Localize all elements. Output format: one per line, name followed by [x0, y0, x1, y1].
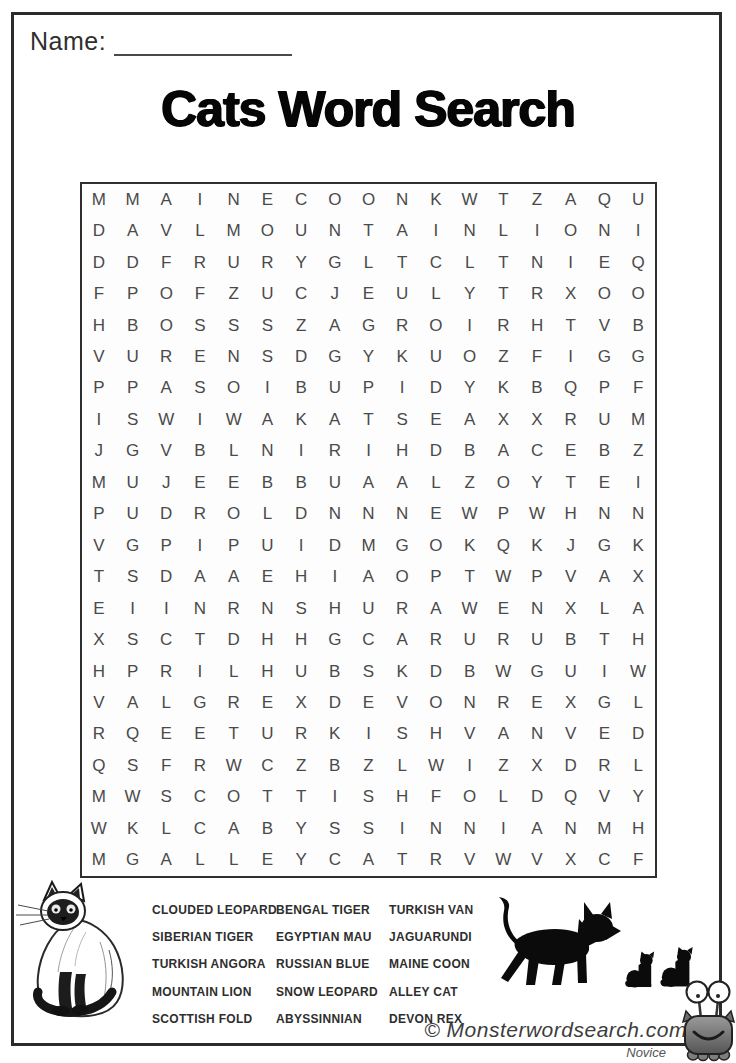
- grid-cell[interactable]: B: [453, 436, 487, 467]
- grid-cell[interactable]: I: [183, 404, 217, 435]
- grid-cell[interactable]: Y: [284, 247, 318, 278]
- grid-cell[interactable]: A: [352, 561, 386, 592]
- grid-cell[interactable]: W: [486, 656, 520, 687]
- grid-cell[interactable]: R: [486, 310, 520, 341]
- grid-cell[interactable]: V: [588, 310, 622, 341]
- grid-cell[interactable]: L: [588, 593, 622, 624]
- grid-cell[interactable]: F: [520, 341, 554, 372]
- grid-cell[interactable]: U: [116, 467, 150, 498]
- grid-cell[interactable]: S: [251, 310, 285, 341]
- grid-cell[interactable]: E: [82, 593, 116, 624]
- grid-cell[interactable]: L: [486, 782, 520, 813]
- grid-cell[interactable]: B: [554, 624, 588, 655]
- grid-cell[interactable]: V: [554, 719, 588, 750]
- grid-cell[interactable]: H: [82, 310, 116, 341]
- grid-cell[interactable]: T: [251, 782, 285, 813]
- grid-cell[interactable]: E: [251, 561, 285, 592]
- grid-cell[interactable]: I: [251, 373, 285, 404]
- grid-cell[interactable]: I: [284, 436, 318, 467]
- grid-cell[interactable]: H: [520, 310, 554, 341]
- grid-cell[interactable]: B: [284, 467, 318, 498]
- grid-cell[interactable]: P: [217, 530, 251, 561]
- grid-cell[interactable]: K: [419, 184, 453, 215]
- grid-cell[interactable]: D: [149, 499, 183, 530]
- grid-cell[interactable]: D: [284, 499, 318, 530]
- grid-cell[interactable]: B: [284, 373, 318, 404]
- grid-cell[interactable]: W: [82, 813, 116, 844]
- grid-cell[interactable]: M: [82, 845, 116, 876]
- grid-cell[interactable]: H: [419, 719, 453, 750]
- grid-cell[interactable]: I: [284, 530, 318, 561]
- grid-cell[interactable]: N: [588, 215, 622, 246]
- grid-cell[interactable]: K: [385, 341, 419, 372]
- grid-cell[interactable]: N: [217, 341, 251, 372]
- grid-cell[interactable]: P: [116, 278, 150, 309]
- grid-cell[interactable]: I: [419, 215, 453, 246]
- grid-cell[interactable]: W: [453, 499, 487, 530]
- grid-cell[interactable]: A: [149, 373, 183, 404]
- grid-cell[interactable]: R: [554, 404, 588, 435]
- grid-cell[interactable]: U: [352, 593, 386, 624]
- grid-cell[interactable]: Y: [520, 467, 554, 498]
- grid-cell[interactable]: F: [621, 845, 655, 876]
- grid-cell[interactable]: X: [554, 845, 588, 876]
- grid-cell[interactable]: A: [554, 184, 588, 215]
- grid-cell[interactable]: F: [621, 373, 655, 404]
- grid-cell[interactable]: C: [149, 624, 183, 655]
- grid-cell[interactable]: I: [352, 719, 386, 750]
- grid-cell[interactable]: T: [554, 467, 588, 498]
- grid-cell[interactable]: E: [588, 719, 622, 750]
- grid-cell[interactable]: D: [284, 341, 318, 372]
- grid-cell[interactable]: O: [419, 687, 453, 718]
- grid-cell[interactable]: K: [621, 530, 655, 561]
- grid-cell[interactable]: L: [621, 687, 655, 718]
- grid-cell[interactable]: N: [520, 719, 554, 750]
- grid-cell[interactable]: S: [183, 373, 217, 404]
- grid-cell[interactable]: W: [217, 750, 251, 781]
- grid-cell[interactable]: G: [621, 341, 655, 372]
- grid-cell[interactable]: Z: [486, 750, 520, 781]
- grid-cell[interactable]: T: [486, 184, 520, 215]
- grid-cell[interactable]: C: [588, 845, 622, 876]
- grid-cell[interactable]: Z: [284, 750, 318, 781]
- grid-cell[interactable]: I: [520, 215, 554, 246]
- grid-cell[interactable]: N: [318, 215, 352, 246]
- grid-cell[interactable]: R: [217, 687, 251, 718]
- grid-cell[interactable]: O: [554, 215, 588, 246]
- grid-cell[interactable]: L: [385, 750, 419, 781]
- grid-cell[interactable]: X: [82, 624, 116, 655]
- grid-cell[interactable]: G: [318, 247, 352, 278]
- grid-cell[interactable]: X: [520, 404, 554, 435]
- grid-cell[interactable]: T: [588, 624, 622, 655]
- grid-cell[interactable]: U: [116, 341, 150, 372]
- grid-cell[interactable]: A: [318, 310, 352, 341]
- grid-cell[interactable]: P: [352, 373, 386, 404]
- grid-cell[interactable]: O: [251, 215, 285, 246]
- grid-cell[interactable]: L: [453, 247, 487, 278]
- grid-cell[interactable]: O: [453, 341, 487, 372]
- grid-cell[interactable]: G: [183, 687, 217, 718]
- grid-cell[interactable]: O: [419, 310, 453, 341]
- grid-cell[interactable]: U: [554, 656, 588, 687]
- grid-cell[interactable]: S: [352, 782, 386, 813]
- grid-cell[interactable]: M: [116, 184, 150, 215]
- grid-cell[interactable]: D: [82, 247, 116, 278]
- grid-cell[interactable]: I: [82, 404, 116, 435]
- grid-cell[interactable]: U: [251, 278, 285, 309]
- grid-cell[interactable]: R: [588, 750, 622, 781]
- grid-cell[interactable]: I: [621, 215, 655, 246]
- grid-cell[interactable]: J: [318, 278, 352, 309]
- grid-cell[interactable]: A: [251, 404, 285, 435]
- grid-cell[interactable]: C: [352, 624, 386, 655]
- grid-cell[interactable]: A: [149, 845, 183, 876]
- grid-cell[interactable]: M: [621, 404, 655, 435]
- grid-cell[interactable]: M: [588, 813, 622, 844]
- grid-cell[interactable]: C: [183, 813, 217, 844]
- grid-cell[interactable]: E: [251, 687, 285, 718]
- grid-cell[interactable]: T: [183, 624, 217, 655]
- grid-cell[interactable]: K: [385, 656, 419, 687]
- grid-cell[interactable]: G: [520, 656, 554, 687]
- grid-cell[interactable]: P: [116, 373, 150, 404]
- grid-cell[interactable]: L: [149, 813, 183, 844]
- grid-cell[interactable]: U: [284, 656, 318, 687]
- grid-cell[interactable]: E: [251, 845, 285, 876]
- grid-cell[interactable]: H: [284, 624, 318, 655]
- grid-cell[interactable]: K: [520, 530, 554, 561]
- grid-cell[interactable]: C: [520, 436, 554, 467]
- grid-cell[interactable]: M: [82, 467, 116, 498]
- grid-cell[interactable]: C: [284, 184, 318, 215]
- grid-cell[interactable]: X: [486, 404, 520, 435]
- grid-cell[interactable]: I: [385, 373, 419, 404]
- grid-cell[interactable]: R: [520, 278, 554, 309]
- grid-cell[interactable]: F: [149, 247, 183, 278]
- grid-cell[interactable]: B: [116, 310, 150, 341]
- grid-cell[interactable]: S: [116, 561, 150, 592]
- grid-cell[interactable]: E: [183, 341, 217, 372]
- grid-cell[interactable]: C: [251, 750, 285, 781]
- grid-cell[interactable]: N: [318, 499, 352, 530]
- grid-cell[interactable]: S: [318, 813, 352, 844]
- grid-cell[interactable]: S: [116, 624, 150, 655]
- grid-cell[interactable]: N: [453, 687, 487, 718]
- grid-cell[interactable]: M: [352, 530, 386, 561]
- grid-cell[interactable]: R: [82, 719, 116, 750]
- grid-cell[interactable]: E: [251, 184, 285, 215]
- grid-cell[interactable]: W: [149, 404, 183, 435]
- grid-cell[interactable]: L: [419, 278, 453, 309]
- grid-cell[interactable]: T: [486, 278, 520, 309]
- grid-cell[interactable]: S: [385, 404, 419, 435]
- grid-cell[interactable]: V: [554, 561, 588, 592]
- grid-cell[interactable]: L: [419, 467, 453, 498]
- grid-cell[interactable]: V: [520, 845, 554, 876]
- grid-cell[interactable]: A: [385, 624, 419, 655]
- grid-cell[interactable]: W: [217, 404, 251, 435]
- grid-cell[interactable]: T: [284, 782, 318, 813]
- grid-cell[interactable]: S: [116, 750, 150, 781]
- grid-cell[interactable]: E: [149, 719, 183, 750]
- grid-cell[interactable]: S: [385, 719, 419, 750]
- grid-cell[interactable]: B: [318, 656, 352, 687]
- grid-cell[interactable]: Q: [554, 373, 588, 404]
- grid-cell[interactable]: I: [318, 561, 352, 592]
- grid-cell[interactable]: A: [183, 561, 217, 592]
- grid-cell[interactable]: A: [149, 184, 183, 215]
- grid-cell[interactable]: N: [385, 184, 419, 215]
- grid-cell[interactable]: B: [621, 310, 655, 341]
- grid-cell[interactable]: S: [116, 404, 150, 435]
- grid-cell[interactable]: W: [621, 656, 655, 687]
- grid-cell[interactable]: U: [588, 404, 622, 435]
- grid-cell[interactable]: R: [419, 624, 453, 655]
- grid-cell[interactable]: G: [116, 845, 150, 876]
- grid-cell[interactable]: X: [284, 687, 318, 718]
- grid-cell[interactable]: R: [149, 341, 183, 372]
- grid-cell[interactable]: N: [520, 593, 554, 624]
- grid-cell[interactable]: Y: [621, 782, 655, 813]
- grid-cell[interactable]: O: [419, 530, 453, 561]
- grid-cell[interactable]: E: [520, 687, 554, 718]
- grid-cell[interactable]: O: [486, 467, 520, 498]
- grid-cell[interactable]: O: [217, 499, 251, 530]
- grid-cell[interactable]: W: [116, 782, 150, 813]
- grid-cell[interactable]: F: [149, 750, 183, 781]
- grid-cell[interactable]: F: [419, 782, 453, 813]
- grid-cell[interactable]: Y: [284, 845, 318, 876]
- grid-cell[interactable]: R: [318, 436, 352, 467]
- grid-cell[interactable]: V: [82, 687, 116, 718]
- grid-cell[interactable]: P: [520, 561, 554, 592]
- grid-cell[interactable]: D: [520, 782, 554, 813]
- grid-cell[interactable]: C: [284, 278, 318, 309]
- grid-cell[interactable]: U: [251, 719, 285, 750]
- grid-cell[interactable]: G: [318, 341, 352, 372]
- grid-cell[interactable]: I: [554, 341, 588, 372]
- grid-cell[interactable]: V: [385, 687, 419, 718]
- grid-cell[interactable]: L: [183, 845, 217, 876]
- grid-cell[interactable]: L: [251, 499, 285, 530]
- grid-cell[interactable]: E: [183, 467, 217, 498]
- grid-cell[interactable]: E: [183, 719, 217, 750]
- grid-cell[interactable]: Y: [453, 373, 487, 404]
- grid-cell[interactable]: M: [82, 184, 116, 215]
- grid-cell[interactable]: A: [217, 813, 251, 844]
- grid-cell[interactable]: A: [352, 467, 386, 498]
- grid-cell[interactable]: I: [385, 813, 419, 844]
- grid-cell[interactable]: W: [486, 845, 520, 876]
- grid-cell[interactable]: O: [149, 278, 183, 309]
- grid-cell[interactable]: F: [82, 278, 116, 309]
- grid-cell[interactable]: H: [251, 656, 285, 687]
- grid-cell[interactable]: X: [621, 561, 655, 592]
- grid-cell[interactable]: A: [116, 687, 150, 718]
- grid-cell[interactable]: D: [318, 530, 352, 561]
- grid-cell[interactable]: S: [149, 782, 183, 813]
- grid-cell[interactable]: N: [453, 813, 487, 844]
- grid-cell[interactable]: I: [352, 436, 386, 467]
- grid-cell[interactable]: R: [385, 310, 419, 341]
- grid-cell[interactable]: D: [116, 247, 150, 278]
- grid-cell[interactable]: W: [453, 593, 487, 624]
- grid-cell[interactable]: E: [554, 436, 588, 467]
- grid-cell[interactable]: N: [251, 436, 285, 467]
- grid-cell[interactable]: D: [621, 719, 655, 750]
- grid-cell[interactable]: A: [352, 845, 386, 876]
- grid-cell[interactable]: B: [251, 467, 285, 498]
- grid-cell[interactable]: W: [486, 561, 520, 592]
- grid-cell[interactable]: Q: [116, 719, 150, 750]
- grid-cell[interactable]: N: [217, 184, 251, 215]
- grid-cell[interactable]: Z: [621, 436, 655, 467]
- grid-cell[interactable]: O: [588, 278, 622, 309]
- grid-cell[interactable]: N: [554, 813, 588, 844]
- grid-cell[interactable]: O: [217, 782, 251, 813]
- grid-cell[interactable]: M: [82, 782, 116, 813]
- grid-cell[interactable]: J: [82, 436, 116, 467]
- grid-cell[interactable]: A: [486, 719, 520, 750]
- grid-cell[interactable]: K: [116, 813, 150, 844]
- grid-cell[interactable]: E: [588, 467, 622, 498]
- grid-cell[interactable]: G: [116, 436, 150, 467]
- grid-cell[interactable]: T: [352, 215, 386, 246]
- grid-cell[interactable]: I: [453, 750, 487, 781]
- grid-cell[interactable]: L: [217, 436, 251, 467]
- grid-cell[interactable]: T: [217, 719, 251, 750]
- grid-cell[interactable]: T: [554, 310, 588, 341]
- grid-cell[interactable]: F: [183, 278, 217, 309]
- grid-cell[interactable]: I: [183, 530, 217, 561]
- grid-cell[interactable]: J: [554, 530, 588, 561]
- grid-cell[interactable]: X: [554, 278, 588, 309]
- grid-cell[interactable]: U: [217, 247, 251, 278]
- grid-cell[interactable]: S: [251, 341, 285, 372]
- grid-cell[interactable]: B: [251, 813, 285, 844]
- grid-cell[interactable]: M: [217, 215, 251, 246]
- grid-cell[interactable]: E: [352, 278, 386, 309]
- grid-cell[interactable]: L: [217, 845, 251, 876]
- grid-cell[interactable]: D: [419, 436, 453, 467]
- grid-cell[interactable]: C: [419, 247, 453, 278]
- grid-cell[interactable]: U: [251, 530, 285, 561]
- grid-cell[interactable]: T: [486, 247, 520, 278]
- grid-cell[interactable]: D: [217, 624, 251, 655]
- grid-cell[interactable]: G: [318, 624, 352, 655]
- grid-cell[interactable]: E: [486, 593, 520, 624]
- grid-cell[interactable]: G: [352, 310, 386, 341]
- grid-cell[interactable]: V: [82, 530, 116, 561]
- grid-cell[interactable]: E: [352, 687, 386, 718]
- grid-cell[interactable]: B: [183, 436, 217, 467]
- grid-cell[interactable]: S: [183, 310, 217, 341]
- grid-cell[interactable]: L: [486, 215, 520, 246]
- grid-cell[interactable]: Q: [82, 750, 116, 781]
- grid-cell[interactable]: N: [251, 593, 285, 624]
- grid-cell[interactable]: V: [82, 341, 116, 372]
- grid-cell[interactable]: X: [554, 593, 588, 624]
- grid-cell[interactable]: P: [149, 530, 183, 561]
- grid-cell[interactable]: A: [419, 593, 453, 624]
- grid-cell[interactable]: C: [183, 782, 217, 813]
- grid-cell[interactable]: Z: [217, 278, 251, 309]
- grid-cell[interactable]: I: [183, 184, 217, 215]
- grid-cell[interactable]: R: [419, 845, 453, 876]
- grid-cell[interactable]: N: [352, 499, 386, 530]
- grid-cell[interactable]: K: [318, 719, 352, 750]
- grid-cell[interactable]: R: [217, 593, 251, 624]
- grid-cell[interactable]: S: [352, 813, 386, 844]
- grid-cell[interactable]: E: [217, 467, 251, 498]
- grid-cell[interactable]: Z: [520, 184, 554, 215]
- grid-cell[interactable]: A: [486, 436, 520, 467]
- grid-cell[interactable]: I: [588, 656, 622, 687]
- grid-cell[interactable]: N: [419, 813, 453, 844]
- grid-cell[interactable]: E: [419, 404, 453, 435]
- grid-cell[interactable]: U: [453, 624, 487, 655]
- grid-cell[interactable]: N: [520, 247, 554, 278]
- grid-cell[interactable]: P: [588, 373, 622, 404]
- grid-cell[interactable]: U: [419, 341, 453, 372]
- grid-cell[interactable]: T: [82, 561, 116, 592]
- grid-cell[interactable]: N: [588, 499, 622, 530]
- grid-cell[interactable]: V: [453, 845, 487, 876]
- grid-cell[interactable]: Z: [352, 750, 386, 781]
- grid-cell[interactable]: A: [217, 561, 251, 592]
- grid-cell[interactable]: U: [284, 215, 318, 246]
- grid-cell[interactable]: I: [453, 310, 487, 341]
- grid-cell[interactable]: U: [621, 184, 655, 215]
- grid-cell[interactable]: G: [588, 530, 622, 561]
- grid-cell[interactable]: G: [588, 687, 622, 718]
- grid-cell[interactable]: B: [453, 656, 487, 687]
- grid-cell[interactable]: W: [453, 184, 487, 215]
- grid-cell[interactable]: N: [183, 593, 217, 624]
- grid-cell[interactable]: R: [183, 750, 217, 781]
- grid-cell[interactable]: I: [183, 656, 217, 687]
- grid-cell[interactable]: J: [149, 467, 183, 498]
- grid-cell[interactable]: U: [318, 373, 352, 404]
- grid-cell[interactable]: L: [352, 247, 386, 278]
- grid-cell[interactable]: R: [385, 593, 419, 624]
- grid-cell[interactable]: H: [621, 813, 655, 844]
- grid-cell[interactable]: D: [82, 215, 116, 246]
- grid-cell[interactable]: H: [385, 782, 419, 813]
- grid-cell[interactable]: Q: [588, 184, 622, 215]
- grid-cell[interactable]: B: [520, 373, 554, 404]
- grid-cell[interactable]: Y: [352, 341, 386, 372]
- grid-cell[interactable]: G: [385, 530, 419, 561]
- grid-cell[interactable]: G: [588, 341, 622, 372]
- grid-cell[interactable]: A: [588, 561, 622, 592]
- grid-cell[interactable]: B: [318, 750, 352, 781]
- grid-cell[interactable]: V: [453, 719, 487, 750]
- grid-cell[interactable]: S: [352, 656, 386, 687]
- grid-cell[interactable]: T: [385, 247, 419, 278]
- grid-cell[interactable]: A: [318, 404, 352, 435]
- grid-cell[interactable]: L: [149, 687, 183, 718]
- grid-cell[interactable]: I: [486, 813, 520, 844]
- grid-cell[interactable]: T: [385, 845, 419, 876]
- grid-cell[interactable]: H: [251, 624, 285, 655]
- grid-cell[interactable]: V: [149, 436, 183, 467]
- grid-cell[interactable]: V: [588, 782, 622, 813]
- grid-cell[interactable]: H: [621, 624, 655, 655]
- grid-cell[interactable]: Y: [284, 813, 318, 844]
